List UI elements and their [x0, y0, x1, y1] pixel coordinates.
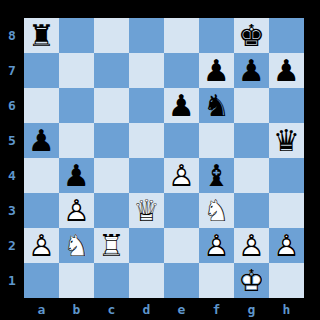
- square-h1[interactable]: [269, 263, 304, 298]
- square-a8[interactable]: ♜: [24, 18, 59, 53]
- square-d2[interactable]: [129, 228, 164, 263]
- square-a1[interactable]: [24, 263, 59, 298]
- square-e4[interactable]: ♟♙: [164, 158, 199, 193]
- black-rook-a8[interactable]: ♜: [24, 18, 59, 53]
- square-h7[interactable]: ♟: [269, 53, 304, 88]
- square-c7[interactable]: [94, 53, 129, 88]
- square-e3[interactable]: [164, 193, 199, 228]
- square-b7[interactable]: [59, 53, 94, 88]
- square-f4[interactable]: ♝: [199, 158, 234, 193]
- square-h4[interactable]: [269, 158, 304, 193]
- square-d5[interactable]: [129, 123, 164, 158]
- white-piece-outline: ♖: [94, 228, 129, 263]
- square-b4[interactable]: ♟: [59, 158, 94, 193]
- black-pawn-f7[interactable]: ♟: [199, 53, 234, 88]
- square-b3[interactable]: ♟♙: [59, 193, 94, 228]
- white-piece-outline: ♘: [199, 193, 234, 228]
- white-piece-outline: ♙: [199, 228, 234, 263]
- square-h2[interactable]: ♟♙: [269, 228, 304, 263]
- square-e2[interactable]: [164, 228, 199, 263]
- square-c8[interactable]: [94, 18, 129, 53]
- white-knight-b2[interactable]: ♞♘: [59, 228, 94, 263]
- square-g1[interactable]: ♚♔: [234, 263, 269, 298]
- square-b5[interactable]: [59, 123, 94, 158]
- rank-label-1: 1: [0, 263, 24, 298]
- square-f5[interactable]: [199, 123, 234, 158]
- white-piece-outline: ♘: [59, 228, 94, 263]
- rank-labels: 87654321: [0, 18, 24, 298]
- square-g3[interactable]: [234, 193, 269, 228]
- square-a7[interactable]: [24, 53, 59, 88]
- square-e1[interactable]: [164, 263, 199, 298]
- rank-label-4: 4: [0, 158, 24, 193]
- square-c6[interactable]: [94, 88, 129, 123]
- square-e5[interactable]: [164, 123, 199, 158]
- square-a6[interactable]: [24, 88, 59, 123]
- rank-label-3: 3: [0, 193, 24, 228]
- black-pawn-b4[interactable]: ♟: [59, 158, 94, 193]
- file-label-h: h: [269, 298, 304, 320]
- white-pawn-f2[interactable]: ♟♙: [199, 228, 234, 263]
- white-piece-outline: ♕: [129, 193, 164, 228]
- square-e8[interactable]: [164, 18, 199, 53]
- square-b1[interactable]: [59, 263, 94, 298]
- square-h8[interactable]: [269, 18, 304, 53]
- square-b6[interactable]: [59, 88, 94, 123]
- black-pawn-e6[interactable]: ♟: [164, 88, 199, 123]
- square-f6[interactable]: ♞: [199, 88, 234, 123]
- white-pawn-e4[interactable]: ♟♙: [164, 158, 199, 193]
- square-d7[interactable]: [129, 53, 164, 88]
- black-pawn-a5[interactable]: ♟: [24, 123, 59, 158]
- square-d8[interactable]: [129, 18, 164, 53]
- black-pawn-h7[interactable]: ♟: [269, 53, 304, 88]
- square-g4[interactable]: [234, 158, 269, 193]
- square-b2[interactable]: ♞♘: [59, 228, 94, 263]
- square-a3[interactable]: [24, 193, 59, 228]
- white-knight-f3[interactable]: ♞♘: [199, 193, 234, 228]
- square-g8[interactable]: ♚: [234, 18, 269, 53]
- square-g2[interactable]: ♟♙: [234, 228, 269, 263]
- white-piece-outline: ♙: [269, 228, 304, 263]
- black-pawn-g7[interactable]: ♟: [234, 53, 269, 88]
- file-labels: abcdefgh: [24, 298, 304, 320]
- square-f7[interactable]: ♟: [199, 53, 234, 88]
- square-f3[interactable]: ♞♘: [199, 193, 234, 228]
- rank-label-7: 7: [0, 53, 24, 88]
- white-piece-outline: ♙: [164, 158, 199, 193]
- chess-diagram: 87654321 ♜♚♟♟♟♟♞♟♛♟♟♙♝♟♙♛♕♞♘♟♙♞♘♜♖♟♙♟♙♟♙…: [0, 0, 320, 320]
- square-f8[interactable]: [199, 18, 234, 53]
- black-knight-f6[interactable]: ♞: [199, 88, 234, 123]
- square-h3[interactable]: [269, 193, 304, 228]
- square-f1[interactable]: [199, 263, 234, 298]
- black-king-g8[interactable]: ♚: [234, 18, 269, 53]
- white-pawn-h2[interactable]: ♟♙: [269, 228, 304, 263]
- file-label-d: d: [129, 298, 164, 320]
- white-piece-outline: ♙: [24, 228, 59, 263]
- square-f2[interactable]: ♟♙: [199, 228, 234, 263]
- file-label-b: b: [59, 298, 94, 320]
- square-c5[interactable]: [94, 123, 129, 158]
- file-label-c: c: [94, 298, 129, 320]
- square-e7[interactable]: [164, 53, 199, 88]
- square-h5[interactable]: ♛: [269, 123, 304, 158]
- white-queen-d3[interactable]: ♛♕: [129, 193, 164, 228]
- rank-label-6: 6: [0, 88, 24, 123]
- square-a4[interactable]: [24, 158, 59, 193]
- square-c1[interactable]: [94, 263, 129, 298]
- rank-label-8: 8: [0, 18, 24, 53]
- white-rook-c2[interactable]: ♜♖: [94, 228, 129, 263]
- square-b8[interactable]: [59, 18, 94, 53]
- white-pawn-g2[interactable]: ♟♙: [234, 228, 269, 263]
- square-d1[interactable]: [129, 263, 164, 298]
- square-g7[interactable]: ♟: [234, 53, 269, 88]
- black-bishop-f4[interactable]: ♝: [199, 158, 234, 193]
- chess-board: ♜♚♟♟♟♟♞♟♛♟♟♙♝♟♙♛♕♞♘♟♙♞♘♜♖♟♙♟♙♟♙♚♔: [24, 18, 304, 298]
- file-label-g: g: [234, 298, 269, 320]
- black-queen-h5[interactable]: ♛: [269, 123, 304, 158]
- file-label-e: e: [164, 298, 199, 320]
- white-piece-outline: ♙: [59, 193, 94, 228]
- white-pawn-a2[interactable]: ♟♙: [24, 228, 59, 263]
- white-pawn-b3[interactable]: ♟♙: [59, 193, 94, 228]
- square-d6[interactable]: [129, 88, 164, 123]
- square-a5[interactable]: ♟: [24, 123, 59, 158]
- square-c3[interactable]: [94, 193, 129, 228]
- square-c4[interactable]: [94, 158, 129, 193]
- white-piece-outline: ♙: [234, 228, 269, 263]
- square-h6[interactable]: [269, 88, 304, 123]
- square-d4[interactable]: [129, 158, 164, 193]
- square-e6[interactable]: ♟: [164, 88, 199, 123]
- file-label-a: a: [24, 298, 59, 320]
- square-a2[interactable]: ♟♙: [24, 228, 59, 263]
- rank-label-5: 5: [0, 123, 24, 158]
- rank-label-2: 2: [0, 228, 24, 263]
- file-label-f: f: [199, 298, 234, 320]
- square-g6[interactable]: [234, 88, 269, 123]
- square-g5[interactable]: [234, 123, 269, 158]
- square-c2[interactable]: ♜♖: [94, 228, 129, 263]
- square-d3[interactable]: ♛♕: [129, 193, 164, 228]
- white-piece-outline: ♔: [234, 263, 269, 298]
- white-king-g1[interactable]: ♚♔: [234, 263, 269, 298]
